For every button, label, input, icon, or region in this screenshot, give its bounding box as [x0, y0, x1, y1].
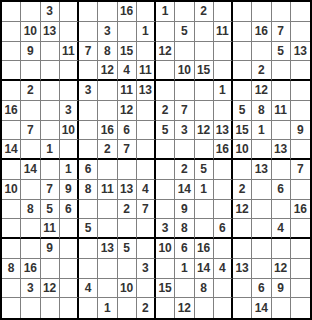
cell-r5c9[interactable]	[156, 81, 175, 101]
cell-r1c1[interactable]	[2, 2, 21, 22]
cell-r13c12[interactable]	[214, 239, 233, 259]
cell-r14c13[interactable]: 13	[233, 259, 252, 279]
cell-r7c5[interactable]	[79, 121, 98, 141]
cell-r1c14[interactable]	[252, 2, 271, 22]
cell-r3c5[interactable]: 7	[79, 42, 98, 62]
cell-r13c11[interactable]: 16	[195, 239, 214, 259]
cell-r8c1[interactable]: 14	[2, 140, 21, 160]
cell-r3c14[interactable]	[252, 42, 271, 62]
cell-r12c14[interactable]	[252, 219, 271, 239]
cell-r6c7[interactable]: 12	[118, 101, 137, 121]
cell-r6c2[interactable]	[21, 101, 40, 121]
cell-r14c9[interactable]	[156, 259, 175, 279]
cell-r9c9[interactable]	[156, 160, 175, 180]
sudoku-16x16-board: 3161210133151116791178151251312411101522…	[0, 0, 312, 320]
cell-r10c6[interactable]: 11	[98, 180, 117, 200]
cell-r5c4[interactable]	[60, 81, 79, 101]
cell-r12c9[interactable]: 3	[156, 219, 175, 239]
cell-r1c3[interactable]: 3	[41, 2, 60, 22]
cell-r10c9[interactable]	[156, 180, 175, 200]
cell-r11c14[interactable]	[252, 200, 271, 220]
cell-r6c6[interactable]	[98, 101, 117, 121]
cell-r15c8[interactable]	[137, 279, 156, 299]
cell-r13c4[interactable]	[60, 239, 79, 259]
cell-r2c11[interactable]	[195, 22, 214, 42]
cell-r3c11[interactable]	[195, 42, 214, 62]
cell-r11c8[interactable]: 7	[137, 200, 156, 220]
cell-r3c12[interactable]	[214, 42, 233, 62]
cell-r6c16[interactable]	[291, 101, 310, 121]
cell-r2c6[interactable]: 3	[98, 22, 117, 42]
cell-r3c6[interactable]: 8	[98, 42, 117, 62]
cell-r14c7[interactable]	[118, 259, 137, 279]
cell-r4c16[interactable]	[291, 61, 310, 81]
cell-r15c6[interactable]	[98, 279, 117, 299]
cell-r16c12[interactable]	[214, 298, 233, 318]
cell-r7c6[interactable]: 16	[98, 121, 117, 141]
cell-r5c3[interactable]	[41, 81, 60, 101]
cell-r9c6[interactable]	[98, 160, 117, 180]
cell-r5c10[interactable]	[175, 81, 194, 101]
cell-r2c8[interactable]: 1	[137, 22, 156, 42]
cell-r2c12[interactable]: 11	[214, 22, 233, 42]
cell-r8c11[interactable]	[195, 140, 214, 160]
cell-r10c3[interactable]: 7	[41, 180, 60, 200]
cell-r11c9[interactable]	[156, 200, 175, 220]
cell-r15c9[interactable]: 15	[156, 279, 175, 299]
cell-r10c15[interactable]: 6	[272, 180, 291, 200]
cell-r3c7[interactable]: 15	[118, 42, 137, 62]
cell-r5c13[interactable]	[233, 81, 252, 101]
cell-r8c15[interactable]: 13	[272, 140, 291, 160]
cell-r6c10[interactable]: 7	[175, 101, 194, 121]
cell-r4c10[interactable]: 10	[175, 61, 194, 81]
cell-r6c14[interactable]: 8	[252, 101, 271, 121]
cell-r15c16[interactable]	[291, 279, 310, 299]
cell-r15c10[interactable]	[175, 279, 194, 299]
cell-r7c9[interactable]: 5	[156, 121, 175, 141]
cell-r11c11[interactable]	[195, 200, 214, 220]
cell-r2c7[interactable]	[118, 22, 137, 42]
cell-r9c13[interactable]	[233, 160, 252, 180]
cell-r1c16[interactable]	[291, 2, 310, 22]
cell-r7c2[interactable]: 7	[21, 121, 40, 141]
cell-r10c2[interactable]	[21, 180, 40, 200]
cell-r7c14[interactable]: 1	[252, 121, 271, 141]
cell-r2c14[interactable]: 16	[252, 22, 271, 42]
cell-r5c2[interactable]: 2	[21, 81, 40, 101]
cell-r16c3[interactable]	[41, 298, 60, 318]
cell-r6c9[interactable]: 2	[156, 101, 175, 121]
cell-r11c5[interactable]	[79, 200, 98, 220]
cell-r8c6[interactable]: 2	[98, 140, 117, 160]
cell-r11c1[interactable]	[2, 200, 21, 220]
cell-r12c6[interactable]	[98, 219, 117, 239]
cell-r11c6[interactable]	[98, 200, 117, 220]
cell-r14c16[interactable]	[291, 259, 310, 279]
cell-r12c16[interactable]	[291, 219, 310, 239]
cell-r16c11[interactable]	[195, 298, 214, 318]
cell-r8c9[interactable]	[156, 140, 175, 160]
cell-r9c3[interactable]	[41, 160, 60, 180]
cell-r10c10[interactable]: 14	[175, 180, 194, 200]
cell-r13c6[interactable]: 13	[98, 239, 117, 259]
cell-r9c15[interactable]	[272, 160, 291, 180]
cell-r7c10[interactable]: 3	[175, 121, 194, 141]
cell-r16c5[interactable]	[79, 298, 98, 318]
cell-r11c10[interactable]: 9	[175, 200, 194, 220]
cell-r15c5[interactable]: 4	[79, 279, 98, 299]
cell-r8c16[interactable]	[291, 140, 310, 160]
cell-r8c14[interactable]	[252, 140, 271, 160]
cell-r1c8[interactable]	[137, 2, 156, 22]
cell-r10c12[interactable]	[214, 180, 233, 200]
cell-r15c13[interactable]	[233, 279, 252, 299]
cell-r9c14[interactable]: 13	[252, 160, 271, 180]
cell-r13c1[interactable]	[2, 239, 21, 259]
cell-r9c12[interactable]	[214, 160, 233, 180]
cell-r4c15[interactable]	[272, 61, 291, 81]
cell-r4c3[interactable]	[41, 61, 60, 81]
cell-r3c16[interactable]: 13	[291, 42, 310, 62]
cell-r8c7[interactable]: 7	[118, 140, 137, 160]
cell-r4c12[interactable]	[214, 61, 233, 81]
cell-r16c9[interactable]	[156, 298, 175, 318]
cell-r10c4[interactable]: 9	[60, 180, 79, 200]
cell-r11c15[interactable]	[272, 200, 291, 220]
cell-r3c2[interactable]: 9	[21, 42, 40, 62]
cell-r10c7[interactable]: 13	[118, 180, 137, 200]
cell-r13c13[interactable]	[233, 239, 252, 259]
cell-r11c2[interactable]: 8	[21, 200, 40, 220]
cell-r9c8[interactable]	[137, 160, 156, 180]
cell-r1c9[interactable]: 1	[156, 2, 175, 22]
cell-r12c3[interactable]: 11	[41, 219, 60, 239]
cell-r3c8[interactable]	[137, 42, 156, 62]
cell-r5c11[interactable]	[195, 81, 214, 101]
cell-r1c2[interactable]	[21, 2, 40, 22]
cell-r16c10[interactable]: 12	[175, 298, 194, 318]
cell-r2c3[interactable]: 13	[41, 22, 60, 42]
cell-r12c12[interactable]: 6	[214, 219, 233, 239]
cell-r8c4[interactable]	[60, 140, 79, 160]
cell-r2c1[interactable]	[2, 22, 21, 42]
cell-r4c1[interactable]	[2, 61, 21, 81]
cell-r16c15[interactable]	[272, 298, 291, 318]
cell-r4c2[interactable]	[21, 61, 40, 81]
cell-r15c12[interactable]	[214, 279, 233, 299]
cell-r14c8[interactable]: 3	[137, 259, 156, 279]
cell-r15c7[interactable]: 10	[118, 279, 137, 299]
cell-r7c11[interactable]: 12	[195, 121, 214, 141]
cell-r4c13[interactable]	[233, 61, 252, 81]
cell-r13c5[interactable]	[79, 239, 98, 259]
cell-r4c7[interactable]: 4	[118, 61, 137, 81]
cell-r8c10[interactable]	[175, 140, 194, 160]
cell-r10c16[interactable]	[291, 180, 310, 200]
cell-r14c5[interactable]	[79, 259, 98, 279]
cell-r15c14[interactable]: 6	[252, 279, 271, 299]
cell-r4c4[interactable]	[60, 61, 79, 81]
cell-r7c7[interactable]: 6	[118, 121, 137, 141]
cell-r14c10[interactable]: 1	[175, 259, 194, 279]
cell-r10c5[interactable]: 8	[79, 180, 98, 200]
cell-r7c15[interactable]	[272, 121, 291, 141]
cell-r1c10[interactable]	[175, 2, 194, 22]
cell-r4c5[interactable]	[79, 61, 98, 81]
cell-r2c15[interactable]: 7	[272, 22, 291, 42]
cell-r5c7[interactable]: 11	[118, 81, 137, 101]
cell-r4c14[interactable]: 2	[252, 61, 271, 81]
cell-r16c8[interactable]: 2	[137, 298, 156, 318]
cell-r8c3[interactable]: 1	[41, 140, 60, 160]
cell-r13c15[interactable]	[272, 239, 291, 259]
cell-r14c4[interactable]	[60, 259, 79, 279]
cell-r7c4[interactable]: 10	[60, 121, 79, 141]
cell-r14c3[interactable]	[41, 259, 60, 279]
cell-r3c13[interactable]	[233, 42, 252, 62]
cell-r8c8[interactable]	[137, 140, 156, 160]
cell-r2c13[interactable]	[233, 22, 252, 42]
cell-r6c3[interactable]	[41, 101, 60, 121]
cell-r10c13[interactable]: 2	[233, 180, 252, 200]
cell-r14c1[interactable]: 8	[2, 259, 21, 279]
cell-r14c11[interactable]: 14	[195, 259, 214, 279]
cell-r12c10[interactable]: 8	[175, 219, 194, 239]
cell-r16c6[interactable]: 1	[98, 298, 117, 318]
cell-r11c7[interactable]: 2	[118, 200, 137, 220]
cell-r9c10[interactable]: 2	[175, 160, 194, 180]
cell-r14c2[interactable]: 16	[21, 259, 40, 279]
cell-r3c15[interactable]: 5	[272, 42, 291, 62]
cell-r13c7[interactable]: 5	[118, 239, 137, 259]
cell-r4c6[interactable]: 12	[98, 61, 117, 81]
cell-r10c14[interactable]	[252, 180, 271, 200]
cell-r8c5[interactable]	[79, 140, 98, 160]
cell-r2c9[interactable]	[156, 22, 175, 42]
cell-r9c11[interactable]: 5	[195, 160, 214, 180]
cell-r1c5[interactable]	[79, 2, 98, 22]
cell-r12c15[interactable]: 4	[272, 219, 291, 239]
cell-r15c2[interactable]: 3	[21, 279, 40, 299]
cell-r6c5[interactable]	[79, 101, 98, 121]
cell-r12c11[interactable]	[195, 219, 214, 239]
cell-r2c2[interactable]: 10	[21, 22, 40, 42]
cell-r5c5[interactable]: 3	[79, 81, 98, 101]
cell-r9c4[interactable]: 1	[60, 160, 79, 180]
cell-r9c16[interactable]: 7	[291, 160, 310, 180]
cell-r15c1[interactable]	[2, 279, 21, 299]
cell-r11c13[interactable]: 12	[233, 200, 252, 220]
cell-r12c4[interactable]	[60, 219, 79, 239]
cell-r5c8[interactable]: 13	[137, 81, 156, 101]
cell-r6c13[interactable]: 5	[233, 101, 252, 121]
cell-r12c5[interactable]: 5	[79, 219, 98, 239]
cell-r5c16[interactable]	[291, 81, 310, 101]
cell-r1c7[interactable]: 16	[118, 2, 137, 22]
cell-r14c6[interactable]	[98, 259, 117, 279]
cell-r11c4[interactable]: 6	[60, 200, 79, 220]
cell-r3c9[interactable]: 12	[156, 42, 175, 62]
cell-r10c11[interactable]: 1	[195, 180, 214, 200]
cell-r6c8[interactable]	[137, 101, 156, 121]
cell-r9c2[interactable]: 14	[21, 160, 40, 180]
cell-r13c3[interactable]: 9	[41, 239, 60, 259]
cell-r16c13[interactable]	[233, 298, 252, 318]
cell-r2c4[interactable]	[60, 22, 79, 42]
cell-r1c13[interactable]	[233, 2, 252, 22]
cell-r3c10[interactable]	[175, 42, 194, 62]
cell-r8c12[interactable]: 16	[214, 140, 233, 160]
cell-r5c12[interactable]: 1	[214, 81, 233, 101]
cell-r12c7[interactable]	[118, 219, 137, 239]
cell-r12c13[interactable]	[233, 219, 252, 239]
cell-r7c1[interactable]	[2, 121, 21, 141]
cell-r4c9[interactable]	[156, 61, 175, 81]
cell-r13c8[interactable]	[137, 239, 156, 259]
cell-r12c8[interactable]	[137, 219, 156, 239]
cell-r14c15[interactable]: 12	[272, 259, 291, 279]
cell-r6c12[interactable]	[214, 101, 233, 121]
cell-r13c9[interactable]: 10	[156, 239, 175, 259]
cell-r10c1[interactable]: 10	[2, 180, 21, 200]
cell-r1c6[interactable]	[98, 2, 117, 22]
cell-r13c14[interactable]	[252, 239, 271, 259]
cell-r11c3[interactable]: 5	[41, 200, 60, 220]
cell-r5c1[interactable]	[2, 81, 21, 101]
cell-r16c2[interactable]	[21, 298, 40, 318]
cell-r3c3[interactable]	[41, 42, 60, 62]
cell-r15c11[interactable]: 8	[195, 279, 214, 299]
cell-r3c4[interactable]: 11	[60, 42, 79, 62]
cell-r6c1[interactable]: 16	[2, 101, 21, 121]
cell-r4c8[interactable]: 11	[137, 61, 156, 81]
cell-r1c11[interactable]: 2	[195, 2, 214, 22]
cell-r7c13[interactable]: 15	[233, 121, 252, 141]
cell-r15c3[interactable]: 12	[41, 279, 60, 299]
cell-r11c16[interactable]: 16	[291, 200, 310, 220]
cell-r1c4[interactable]	[60, 2, 79, 22]
cell-r8c13[interactable]: 10	[233, 140, 252, 160]
cell-r16c1[interactable]	[2, 298, 21, 318]
cell-r5c14[interactable]: 12	[252, 81, 271, 101]
cell-r15c4[interactable]	[60, 279, 79, 299]
cell-r13c10[interactable]: 6	[175, 239, 194, 259]
cell-r5c6[interactable]	[98, 81, 117, 101]
cell-r16c7[interactable]	[118, 298, 137, 318]
cell-r1c12[interactable]	[214, 2, 233, 22]
cell-r9c1[interactable]	[2, 160, 21, 180]
cell-r7c8[interactable]	[137, 121, 156, 141]
cell-r16c14[interactable]: 14	[252, 298, 271, 318]
cell-r1c15[interactable]	[272, 2, 291, 22]
cell-r6c4[interactable]: 3	[60, 101, 79, 121]
cell-r12c1[interactable]	[2, 219, 21, 239]
cell-r2c16[interactable]	[291, 22, 310, 42]
cell-r14c14[interactable]	[252, 259, 271, 279]
cell-r13c16[interactable]	[291, 239, 310, 259]
cell-r15c15[interactable]: 9	[272, 279, 291, 299]
cell-r6c15[interactable]: 11	[272, 101, 291, 121]
cell-r2c10[interactable]: 5	[175, 22, 194, 42]
cell-r7c3[interactable]	[41, 121, 60, 141]
cell-r10c8[interactable]: 4	[137, 180, 156, 200]
cell-r6c11[interactable]	[195, 101, 214, 121]
cell-r11c12[interactable]	[214, 200, 233, 220]
cell-r4c11[interactable]: 15	[195, 61, 214, 81]
cell-r9c7[interactable]	[118, 160, 137, 180]
cell-r5c15[interactable]	[272, 81, 291, 101]
cell-r16c16[interactable]	[291, 298, 310, 318]
cell-r13c2[interactable]	[21, 239, 40, 259]
cell-r8c2[interactable]	[21, 140, 40, 160]
cell-r16c4[interactable]	[60, 298, 79, 318]
cell-r7c12[interactable]: 13	[214, 121, 233, 141]
cell-r12c2[interactable]	[21, 219, 40, 239]
cell-r9c5[interactable]: 6	[79, 160, 98, 180]
cell-r7c16[interactable]: 9	[291, 121, 310, 141]
cell-r2c5[interactable]	[79, 22, 98, 42]
cell-r14c12[interactable]: 4	[214, 259, 233, 279]
cell-r3c1[interactable]	[2, 42, 21, 62]
